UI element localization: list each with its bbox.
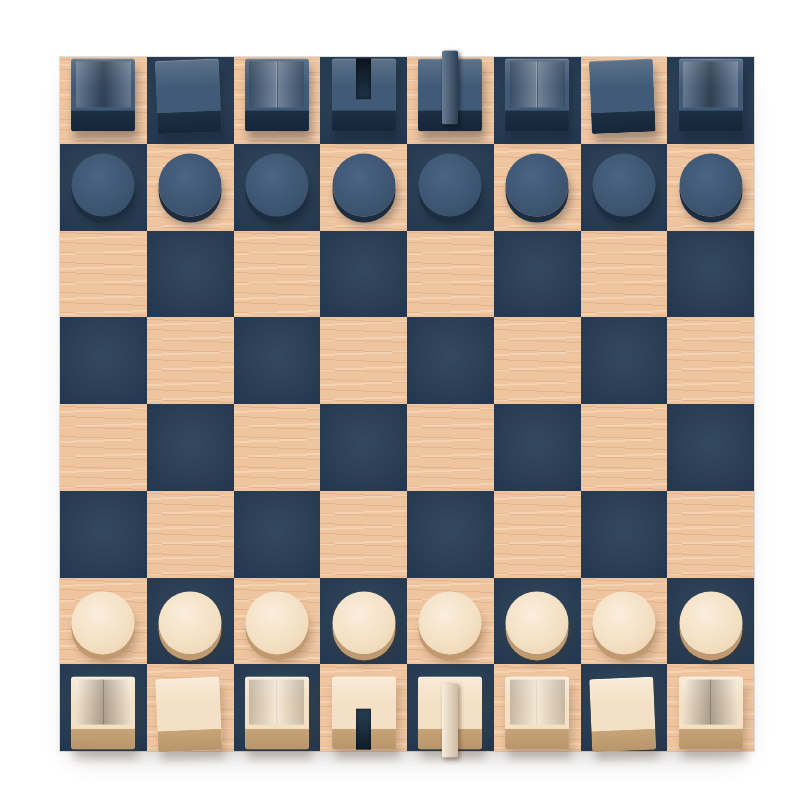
square-d1[interactable] xyxy=(320,664,407,751)
square-a7[interactable] xyxy=(60,144,147,231)
square-a6[interactable] xyxy=(60,231,147,318)
square-e8[interactable] xyxy=(407,57,494,144)
square-c7[interactable] xyxy=(234,144,321,231)
navy-pawn-e7[interactable] xyxy=(419,154,482,217)
square-d7[interactable] xyxy=(320,144,407,231)
square-h8[interactable] xyxy=(667,57,754,144)
wood-rook-h1[interactable] xyxy=(679,676,743,749)
navy-pawn-c7[interactable] xyxy=(245,154,308,217)
wood-pawn-f2[interactable] xyxy=(506,591,569,654)
square-a4[interactable] xyxy=(60,404,147,491)
square-g6[interactable] xyxy=(581,231,668,318)
scene xyxy=(0,0,800,800)
square-h2[interactable] xyxy=(667,578,754,665)
square-d3[interactable] xyxy=(320,491,407,578)
square-g3[interactable] xyxy=(581,491,668,578)
square-g7[interactable] xyxy=(581,144,668,231)
square-d4[interactable] xyxy=(320,404,407,491)
square-h1[interactable] xyxy=(667,664,754,751)
square-c6[interactable] xyxy=(234,231,321,318)
navy-rook-a8[interactable] xyxy=(71,59,135,132)
square-h4[interactable] xyxy=(667,404,754,491)
square-g2[interactable] xyxy=(581,578,668,665)
square-g5[interactable] xyxy=(581,317,668,404)
navy-rook-h8[interactable] xyxy=(679,59,743,132)
square-f2[interactable] xyxy=(494,578,581,665)
square-e1[interactable] xyxy=(407,664,494,751)
square-h5[interactable] xyxy=(667,317,754,404)
square-b2[interactable] xyxy=(147,578,234,665)
square-e6[interactable] xyxy=(407,231,494,318)
square-g1[interactable] xyxy=(581,664,668,751)
square-b4[interactable] xyxy=(147,404,234,491)
square-h6[interactable] xyxy=(667,231,754,318)
square-f4[interactable] xyxy=(494,404,581,491)
wood-knight-b1[interactable] xyxy=(155,676,222,752)
navy-king-e8[interactable] xyxy=(418,59,482,132)
square-b8[interactable] xyxy=(147,57,234,144)
square-e7[interactable] xyxy=(407,144,494,231)
square-d8[interactable] xyxy=(320,57,407,144)
square-a1[interactable] xyxy=(60,664,147,751)
square-c2[interactable] xyxy=(234,578,321,665)
navy-pawn-d7[interactable] xyxy=(332,154,395,217)
wood-bishop-c1[interactable] xyxy=(245,676,309,749)
wood-knight-g1[interactable] xyxy=(589,676,656,752)
square-d6[interactable] xyxy=(320,231,407,318)
square-h3[interactable] xyxy=(667,491,754,578)
square-f6[interactable] xyxy=(494,231,581,318)
square-g8[interactable] xyxy=(581,57,668,144)
square-c3[interactable] xyxy=(234,491,321,578)
square-g4[interactable] xyxy=(581,404,668,491)
square-c8[interactable] xyxy=(234,57,321,144)
square-b3[interactable] xyxy=(147,491,234,578)
navy-pawn-f7[interactable] xyxy=(506,154,569,217)
square-b7[interactable] xyxy=(147,144,234,231)
wood-pawn-c2[interactable] xyxy=(245,591,308,654)
square-e2[interactable] xyxy=(407,578,494,665)
wood-rook-a1[interactable] xyxy=(71,676,135,749)
navy-pawn-a7[interactable] xyxy=(72,154,135,217)
wood-pawn-h2[interactable] xyxy=(679,591,742,654)
wood-pawn-a2[interactable] xyxy=(72,591,135,654)
square-a8[interactable] xyxy=(60,57,147,144)
navy-queen-d8[interactable] xyxy=(332,59,396,132)
square-d5[interactable] xyxy=(320,317,407,404)
square-c5[interactable] xyxy=(234,317,321,404)
square-f5[interactable] xyxy=(494,317,581,404)
wood-queen-d1[interactable] xyxy=(332,676,396,749)
square-f7[interactable] xyxy=(494,144,581,231)
square-b1[interactable] xyxy=(147,664,234,751)
square-a2[interactable] xyxy=(60,578,147,665)
wood-king-e1[interactable] xyxy=(418,676,482,749)
square-b6[interactable] xyxy=(147,231,234,318)
wood-pawn-e2[interactable] xyxy=(419,591,482,654)
square-e5[interactable] xyxy=(407,317,494,404)
navy-pawn-b7[interactable] xyxy=(159,154,222,217)
square-b5[interactable] xyxy=(147,317,234,404)
square-e4[interactable] xyxy=(407,404,494,491)
wood-pawn-d2[interactable] xyxy=(332,591,395,654)
square-h7[interactable] xyxy=(667,144,754,231)
chess-board xyxy=(60,57,754,751)
navy-knight-g8[interactable] xyxy=(589,59,656,135)
navy-bishop-f8[interactable] xyxy=(505,59,569,132)
square-c4[interactable] xyxy=(234,404,321,491)
square-c1[interactable] xyxy=(234,664,321,751)
square-f3[interactable] xyxy=(494,491,581,578)
square-a3[interactable] xyxy=(60,491,147,578)
navy-pawn-h7[interactable] xyxy=(679,154,742,217)
wood-bishop-f1[interactable] xyxy=(505,676,569,749)
square-f8[interactable] xyxy=(494,57,581,144)
wood-pawn-g2[interactable] xyxy=(592,591,655,654)
navy-bishop-c8[interactable] xyxy=(245,59,309,132)
navy-knight-b8[interactable] xyxy=(155,59,222,135)
square-d2[interactable] xyxy=(320,578,407,665)
square-e3[interactable] xyxy=(407,491,494,578)
navy-pawn-g7[interactable] xyxy=(592,154,655,217)
square-a5[interactable] xyxy=(60,317,147,404)
wood-pawn-b2[interactable] xyxy=(159,591,222,654)
square-f1[interactable] xyxy=(494,664,581,751)
